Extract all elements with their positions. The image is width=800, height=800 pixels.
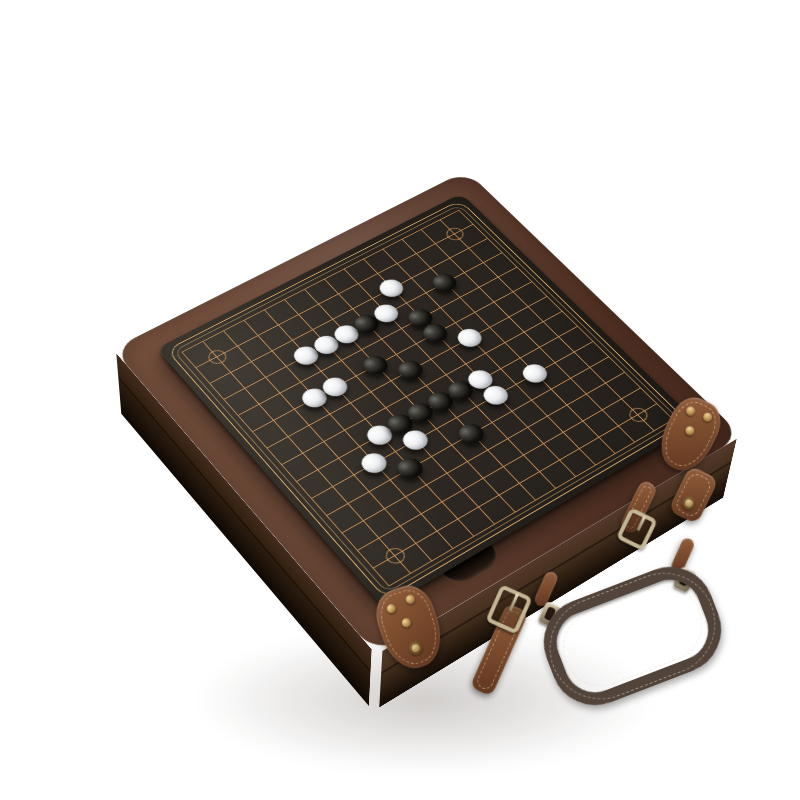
product-photo-stage	[0, 0, 800, 800]
stone-black[interactable]	[454, 420, 488, 447]
stone-black[interactable]	[394, 357, 427, 382]
snap-stud[interactable]	[680, 495, 697, 512]
stone-black[interactable]	[359, 352, 392, 377]
stone-white[interactable]	[357, 450, 392, 477]
stone-black[interactable]	[428, 271, 460, 295]
buckle-prong	[636, 516, 646, 531]
stone-black[interactable]	[393, 455, 428, 482]
snap-stud[interactable]	[408, 640, 424, 656]
star-point-marker	[442, 225, 466, 242]
rivet	[405, 594, 416, 605]
buckle-prong	[509, 593, 520, 612]
rivet	[401, 617, 412, 628]
star-point-marker	[381, 545, 408, 567]
rivet	[685, 405, 697, 417]
stone-white[interactable]	[375, 276, 408, 300]
rivet	[386, 603, 397, 614]
scene	[0, 0, 800, 800]
rivet	[684, 425, 696, 437]
stone-white[interactable]	[453, 325, 486, 350]
stone-white[interactable]	[518, 361, 552, 386]
rivet	[702, 411, 714, 423]
star-point-marker	[204, 347, 229, 366]
star-point-marker	[625, 405, 651, 425]
